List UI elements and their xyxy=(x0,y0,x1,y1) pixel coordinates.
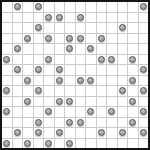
cell-r7-c14[interactable] xyxy=(139,65,149,75)
cell-r4-c10[interactable] xyxy=(97,34,107,44)
cell-r13-c11[interactable] xyxy=(107,128,117,138)
stone-r14-c5[interactable] xyxy=(45,140,52,147)
cell-r4-c8[interactable] xyxy=(76,34,86,44)
cell-r1-c14[interactable] xyxy=(139,2,149,12)
cell-r14-c8[interactable] xyxy=(76,139,86,149)
cell-r14-c7[interactable] xyxy=(65,139,75,149)
cell-r4-c2[interactable] xyxy=(13,34,23,44)
cell-r11-c8[interactable] xyxy=(76,107,86,117)
stone-r2-c6[interactable] xyxy=(56,14,63,21)
cell-r3-c10[interactable] xyxy=(97,23,107,33)
cell-r9-c6[interactable] xyxy=(55,86,65,96)
cell-r3-c5[interactable] xyxy=(44,23,54,33)
cell-r5-c8[interactable] xyxy=(76,44,86,54)
cell-r5-c2[interactable] xyxy=(13,44,23,54)
cell-r9-c14[interactable] xyxy=(139,86,149,96)
cell-r3-c6[interactable] xyxy=(55,23,65,33)
cell-r6-c12[interactable] xyxy=(118,55,128,65)
cell-r11-c5[interactable] xyxy=(44,107,54,117)
cell-r13-c13[interactable] xyxy=(128,128,138,138)
stone-r12-c8[interactable] xyxy=(77,119,84,126)
cell-r13-c7[interactable] xyxy=(65,128,75,138)
cell-r2-c7[interactable] xyxy=(65,13,75,23)
stone-r14-c3[interactable] xyxy=(24,140,31,147)
cell-r3-c3[interactable] xyxy=(23,23,33,33)
stone-r13-c12[interactable] xyxy=(119,129,126,136)
cell-r8-c4[interactable] xyxy=(34,76,44,86)
cell-r5-c11[interactable] xyxy=(107,44,117,54)
cell-r11-c11[interactable] xyxy=(107,107,117,117)
stone-r9-c12[interactable] xyxy=(119,87,126,94)
cell-r5-c1[interactable] xyxy=(2,44,12,54)
stone-r10-c6[interactable] xyxy=(56,98,63,105)
cell-r3-c12[interactable] xyxy=(118,23,128,33)
stone-r4-c7[interactable] xyxy=(66,35,73,42)
cell-r12-c8[interactable] xyxy=(76,118,86,128)
cell-r1-c4[interactable] xyxy=(34,2,44,12)
cell-r9-c13[interactable] xyxy=(128,86,138,96)
cell-r5-c4[interactable] xyxy=(34,44,44,54)
cell-r2-c2[interactable] xyxy=(13,13,23,23)
cell-r6-c6[interactable] xyxy=(55,55,65,65)
stone-r6-c13[interactable] xyxy=(129,56,136,63)
cell-r12-c7[interactable] xyxy=(65,118,75,128)
cell-r8-c12[interactable] xyxy=(118,76,128,86)
cell-r12-c5[interactable] xyxy=(44,118,54,128)
cell-r10-c3[interactable] xyxy=(23,97,33,107)
stone-r10-c13[interactable] xyxy=(129,98,136,105)
cell-r10-c9[interactable] xyxy=(86,97,96,107)
cell-r3-c8[interactable] xyxy=(76,23,86,33)
cell-r14-c3[interactable] xyxy=(23,139,33,149)
cell-r4-c5[interactable] xyxy=(44,34,54,44)
cell-r12-c11[interactable] xyxy=(107,118,117,128)
cell-r10-c7[interactable] xyxy=(65,97,75,107)
board-grid xyxy=(2,2,148,148)
cell-r12-c2[interactable] xyxy=(13,118,23,128)
cell-r10-c4[interactable] xyxy=(34,97,44,107)
cell-r6-c4[interactable] xyxy=(34,55,44,65)
cell-r1-c3[interactable] xyxy=(23,2,33,12)
stone-r4-c3[interactable] xyxy=(24,35,31,42)
cell-r1-c1[interactable] xyxy=(2,2,12,12)
cell-r8-c9[interactable] xyxy=(86,76,96,86)
stone-r11-c9[interactable] xyxy=(87,108,94,115)
cell-r14-c1[interactable] xyxy=(2,139,12,149)
cell-r10-c8[interactable] xyxy=(76,97,86,107)
cell-r14-c6[interactable] xyxy=(55,139,65,149)
cell-r3-c1[interactable] xyxy=(2,23,12,33)
cell-r4-c12[interactable] xyxy=(118,34,128,44)
stone-r2-c5[interactable] xyxy=(45,14,52,21)
cell-r3-c9[interactable] xyxy=(86,23,96,33)
cell-r9-c2[interactable] xyxy=(13,86,23,96)
stone-r12-c4[interactable] xyxy=(35,119,42,126)
cell-r4-c6[interactable] xyxy=(55,34,65,44)
cell-r13-c10[interactable] xyxy=(97,128,107,138)
cell-r2-c1[interactable] xyxy=(2,13,12,23)
cell-r1-c8[interactable] xyxy=(76,2,86,12)
stone-r14-c1[interactable] xyxy=(3,140,10,147)
cell-r11-c3[interactable] xyxy=(23,107,33,117)
cell-r2-c3[interactable] xyxy=(23,13,33,23)
cell-r5-c10[interactable] xyxy=(97,44,107,54)
stone-r5-c7[interactable] xyxy=(66,45,73,52)
cell-r11-c14[interactable] xyxy=(139,107,149,117)
cell-r5-c5[interactable] xyxy=(44,44,54,54)
cell-r11-c2[interactable] xyxy=(13,107,23,117)
cell-r13-c14[interactable] xyxy=(139,128,149,138)
cell-r2-c14[interactable] xyxy=(139,13,149,23)
stone-r8-c6[interactable] xyxy=(56,77,63,84)
cell-r4-c13[interactable] xyxy=(128,34,138,44)
cell-r12-c14[interactable] xyxy=(139,118,149,128)
cell-r5-c9[interactable] xyxy=(86,44,96,54)
cell-r11-c9[interactable] xyxy=(86,107,96,117)
cell-r11-c6[interactable] xyxy=(55,107,65,117)
stone-r7-c6[interactable] xyxy=(56,66,63,73)
cell-r2-c6[interactable] xyxy=(55,13,65,23)
stone-r1-c4[interactable] xyxy=(35,3,42,10)
cell-r8-c8[interactable] xyxy=(76,76,86,86)
stone-r11-c1[interactable] xyxy=(3,108,10,115)
cell-r7-c1[interactable] xyxy=(2,65,12,75)
stone-r2-c8[interactable] xyxy=(77,14,84,21)
cell-r14-c13[interactable] xyxy=(128,139,138,149)
cell-r6-c7[interactable] xyxy=(65,55,75,65)
stone-r9-c14[interactable] xyxy=(140,87,147,94)
cell-r14-c4[interactable] xyxy=(34,139,44,149)
cell-r14-c9[interactable] xyxy=(86,139,96,149)
cell-r13-c6[interactable] xyxy=(55,128,65,138)
cell-r12-c6[interactable] xyxy=(55,118,65,128)
stone-r13-c14[interactable] xyxy=(140,129,147,136)
stone-r5-c9[interactable] xyxy=(87,45,94,52)
cell-r3-c11[interactable] xyxy=(107,23,117,33)
cell-r12-c13[interactable] xyxy=(128,118,138,128)
stone-r7-c2[interactable] xyxy=(14,66,21,73)
cell-r11-c10[interactable] xyxy=(97,107,107,117)
cell-r14-c11[interactable] xyxy=(107,139,117,149)
cell-r6-c1[interactable] xyxy=(2,55,12,65)
cell-r12-c12[interactable] xyxy=(118,118,128,128)
cell-r8-c1[interactable] xyxy=(2,76,12,86)
cell-r3-c14[interactable] xyxy=(139,23,149,33)
cell-r2-c13[interactable] xyxy=(128,13,138,23)
cell-r6-c3[interactable] xyxy=(23,55,33,65)
cell-r7-c9[interactable] xyxy=(86,65,96,75)
stone-r6-c1[interactable] xyxy=(3,56,10,63)
cell-r6-c10[interactable] xyxy=(97,55,107,65)
stone-r12-c7[interactable] xyxy=(66,119,73,126)
cell-r9-c9[interactable] xyxy=(86,86,96,96)
cell-r4-c11[interactable] xyxy=(107,34,117,44)
stone-r11-c5[interactable] xyxy=(45,108,52,115)
cell-r1-c2[interactable] xyxy=(13,2,23,12)
cell-r8-c2[interactable] xyxy=(13,76,23,86)
stone-r13-c10[interactable] xyxy=(98,129,105,136)
cell-r13-c12[interactable] xyxy=(118,128,128,138)
cell-r13-c1[interactable] xyxy=(2,128,12,138)
stone-r7-c4[interactable] xyxy=(35,66,42,73)
stone-r8-c8[interactable] xyxy=(77,77,84,84)
stone-r6-c10[interactable] xyxy=(98,56,105,63)
stone-r9-c1[interactable] xyxy=(3,87,10,94)
cell-r2-c10[interactable] xyxy=(97,13,107,23)
cell-r7-c13[interactable] xyxy=(128,65,138,75)
cell-r9-c3[interactable] xyxy=(23,86,33,96)
stone-r8-c9[interactable] xyxy=(87,77,94,84)
cell-r7-c7[interactable] xyxy=(65,65,75,75)
stone-r13-c4[interactable] xyxy=(35,129,42,136)
cell-r2-c11[interactable] xyxy=(107,13,117,23)
stone-r3-c4[interactable] xyxy=(35,24,42,31)
cell-r14-c12[interactable] xyxy=(118,139,128,149)
cell-r6-c11[interactable] xyxy=(107,55,117,65)
cell-r1-c5[interactable] xyxy=(44,2,54,12)
stone-r7-c14[interactable] xyxy=(140,66,147,73)
cell-r11-c4[interactable] xyxy=(34,107,44,117)
stone-r8-c3[interactable] xyxy=(24,77,31,84)
stone-r12-c13[interactable] xyxy=(129,119,136,126)
cell-r14-c14[interactable] xyxy=(139,139,149,149)
cell-r4-c14[interactable] xyxy=(139,34,149,44)
cell-r10-c2[interactable] xyxy=(13,97,23,107)
cell-r9-c12[interactable] xyxy=(118,86,128,96)
cell-r7-c12[interactable] xyxy=(118,65,128,75)
cell-r6-c8[interactable] xyxy=(76,55,86,65)
cell-r5-c12[interactable] xyxy=(118,44,128,54)
cell-r13-c9[interactable] xyxy=(86,128,96,138)
cell-r14-c10[interactable] xyxy=(97,139,107,149)
cell-r8-c10[interactable] xyxy=(97,76,107,86)
cell-r10-c13[interactable] xyxy=(128,97,138,107)
cell-r8-c7[interactable] xyxy=(65,76,75,86)
cell-r8-c6[interactable] xyxy=(55,76,65,86)
stone-r3-c12[interactable] xyxy=(119,24,126,31)
cell-r8-c13[interactable] xyxy=(128,76,138,86)
cell-r11-c13[interactable] xyxy=(128,107,138,117)
cell-r14-c5[interactable] xyxy=(44,139,54,149)
stone-r1-c2[interactable] xyxy=(14,3,21,10)
cell-r13-c2[interactable] xyxy=(13,128,23,138)
cell-r10-c1[interactable] xyxy=(2,97,12,107)
cell-r7-c6[interactable] xyxy=(55,65,65,75)
cell-r3-c7[interactable] xyxy=(65,23,75,33)
cell-r9-c4[interactable] xyxy=(34,86,44,96)
cell-r5-c6[interactable] xyxy=(55,44,65,54)
cell-r6-c13[interactable] xyxy=(128,55,138,65)
cell-r2-c4[interactable] xyxy=(34,13,44,23)
stone-r6-c11[interactable] xyxy=(108,56,115,63)
cell-r11-c12[interactable] xyxy=(118,107,128,117)
puzzle-board xyxy=(0,0,150,150)
stone-r14-c7[interactable] xyxy=(66,140,73,147)
cell-r13-c4[interactable] xyxy=(34,128,44,138)
cell-r3-c2[interactable] xyxy=(13,23,23,33)
cell-r1-c11[interactable] xyxy=(107,2,117,12)
cell-r7-c10[interactable] xyxy=(97,65,107,75)
cell-r6-c9[interactable] xyxy=(86,55,96,65)
cell-r12-c9[interactable] xyxy=(86,118,96,128)
cell-r5-c3[interactable] xyxy=(23,44,33,54)
cell-r7-c11[interactable] xyxy=(107,65,117,75)
stone-r13-c6[interactable] xyxy=(56,129,63,136)
cell-r12-c4[interactable] xyxy=(34,118,44,128)
cell-r5-c14[interactable] xyxy=(139,44,149,54)
cell-r6-c5[interactable] xyxy=(44,55,54,65)
cell-r4-c9[interactable] xyxy=(86,34,96,44)
stone-r4-c5[interactable] xyxy=(45,35,52,42)
cell-r7-c5[interactable] xyxy=(44,65,54,75)
cell-r1-c7[interactable] xyxy=(65,2,75,12)
stone-r13-c2[interactable] xyxy=(14,129,21,136)
cell-r7-c2[interactable] xyxy=(13,65,23,75)
cell-r9-c8[interactable] xyxy=(76,86,86,96)
stone-r5-c2[interactable] xyxy=(14,45,21,52)
cell-r8-c5[interactable] xyxy=(44,76,54,86)
cell-r1-c10[interactable] xyxy=(97,2,107,12)
cell-r2-c12[interactable] xyxy=(118,13,128,23)
cell-r4-c3[interactable] xyxy=(23,34,33,44)
cell-r10-c12[interactable] xyxy=(118,97,128,107)
cell-r10-c11[interactable] xyxy=(107,97,117,107)
cell-r4-c7[interactable] xyxy=(65,34,75,44)
cell-r7-c8[interactable] xyxy=(76,65,86,75)
cell-r1-c6[interactable] xyxy=(55,2,65,12)
cell-r10-c6[interactable] xyxy=(55,97,65,107)
cell-r7-c3[interactable] xyxy=(23,65,33,75)
stone-r10-c7[interactable] xyxy=(66,98,73,105)
cell-r10-c14[interactable] xyxy=(139,97,149,107)
stone-r6-c5[interactable] xyxy=(45,56,52,63)
cell-r5-c7[interactable] xyxy=(65,44,75,54)
cell-r4-c4[interactable] xyxy=(34,34,44,44)
cell-r13-c8[interactable] xyxy=(76,128,86,138)
cell-r9-c1[interactable] xyxy=(2,86,12,96)
cell-r3-c13[interactable] xyxy=(128,23,138,33)
stone-r1-c14[interactable] xyxy=(140,3,147,10)
cell-r11-c1[interactable] xyxy=(2,107,12,117)
cell-r12-c3[interactable] xyxy=(23,118,33,128)
stone-r11-c14[interactable] xyxy=(140,108,147,115)
stone-r4-c8[interactable] xyxy=(77,35,84,42)
cell-r3-c4[interactable] xyxy=(34,23,44,33)
cell-r10-c10[interactable] xyxy=(97,97,107,107)
cell-r2-c9[interactable] xyxy=(86,13,96,23)
cell-r2-c8[interactable] xyxy=(76,13,86,23)
stone-r8-c13[interactable] xyxy=(129,77,136,84)
cell-r5-c13[interactable] xyxy=(128,44,138,54)
cell-r7-c4[interactable] xyxy=(34,65,44,75)
stone-r9-c4[interactable] xyxy=(35,87,42,94)
cell-r1-c9[interactable] xyxy=(86,2,96,12)
cell-r11-c7[interactable] xyxy=(65,107,75,117)
cell-r6-c2[interactable] xyxy=(13,55,23,65)
cell-r12-c10[interactable] xyxy=(97,118,107,128)
cell-r9-c10[interactable] xyxy=(97,86,107,96)
cell-r13-c3[interactable] xyxy=(23,128,33,138)
cell-r2-c5[interactable] xyxy=(44,13,54,23)
cell-r1-c13[interactable] xyxy=(128,2,138,12)
cell-r1-c12[interactable] xyxy=(118,2,128,12)
cell-r9-c7[interactable] xyxy=(65,86,75,96)
cell-r14-c2[interactable] xyxy=(13,139,23,149)
cell-r13-c5[interactable] xyxy=(44,128,54,138)
cell-r6-c14[interactable] xyxy=(139,55,149,65)
cell-r9-c5[interactable] xyxy=(44,86,54,96)
cell-r8-c3[interactable] xyxy=(23,76,33,86)
cell-r10-c5[interactable] xyxy=(44,97,54,107)
stone-r4-c10[interactable] xyxy=(98,35,105,42)
cell-r8-c14[interactable] xyxy=(139,76,149,86)
cell-r12-c1[interactable] xyxy=(2,118,12,128)
cell-r8-c11[interactable] xyxy=(107,76,117,86)
cell-r4-c1[interactable] xyxy=(2,34,12,44)
cell-r9-c11[interactable] xyxy=(107,86,117,96)
stone-r10-c3[interactable] xyxy=(24,98,31,105)
stone-r11-c11[interactable] xyxy=(108,108,115,115)
